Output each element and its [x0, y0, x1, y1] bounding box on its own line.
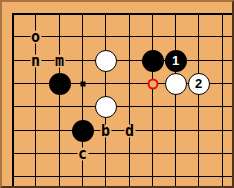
grid-line-horizontal	[12, 176, 232, 177]
black-stone	[49, 73, 71, 95]
grid-line-vertical	[12, 13, 14, 186]
move-number: 1	[172, 54, 179, 67]
move-number: 2	[195, 77, 202, 90]
grid-line-horizontal	[12, 60, 232, 61]
grid-line-horizontal	[12, 106, 232, 107]
grid-line-vertical	[129, 13, 130, 186]
grid-line-horizontal	[12, 13, 232, 15]
point-label-m: m	[54, 54, 65, 67]
point-label-d: d	[124, 124, 135, 137]
circle-mark	[147, 78, 158, 89]
grid-line-vertical	[222, 13, 223, 186]
white-stone	[165, 73, 187, 95]
point-label-n: n	[30, 54, 41, 67]
white-stone: 2	[188, 73, 210, 95]
grid-line-vertical	[175, 13, 176, 186]
go-board-diagram: 12onmbdc	[0, 0, 234, 188]
point-label-b: b	[100, 124, 111, 137]
grid-line-horizontal	[12, 130, 232, 131]
grid-line-vertical	[198, 13, 199, 186]
black-stone	[142, 50, 164, 72]
white-stone	[95, 50, 117, 72]
grid-line-horizontal	[12, 36, 232, 37]
grid-line-horizontal	[12, 153, 232, 154]
grid-line-vertical	[152, 13, 153, 186]
star-point	[80, 81, 85, 86]
black-stone: 1	[165, 50, 187, 72]
black-stone	[72, 120, 94, 142]
point-label-o: o	[30, 30, 41, 43]
point-label-c: c	[77, 147, 88, 160]
grid-line-vertical	[59, 13, 60, 186]
white-stone	[95, 96, 117, 118]
